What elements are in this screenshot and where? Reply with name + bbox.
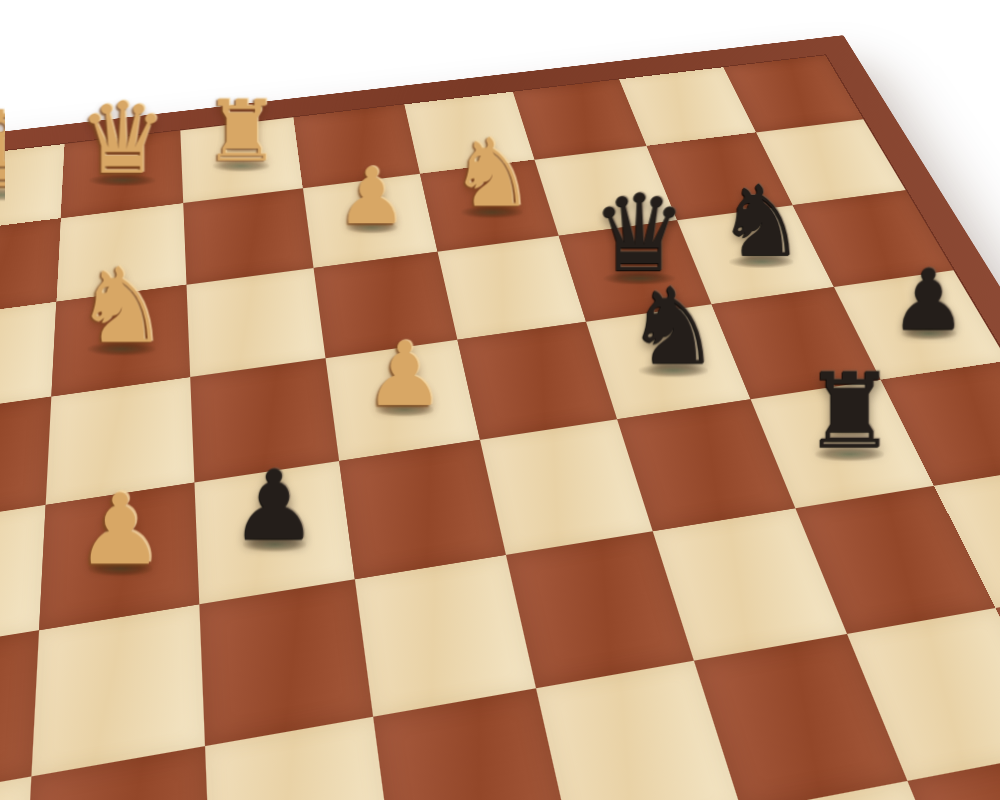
piece-white-queen-b8: ♛ [63, 89, 181, 188]
piece-white-king-a8: ♚ [0, 97, 60, 202]
square-a8: ♚ [0, 144, 65, 234]
square-b4: ♟ [39, 483, 199, 631]
square-b6: ♞ [51, 285, 190, 397]
square-e5 [457, 322, 617, 440]
king-glyph: ♚ [0, 97, 48, 202]
square-g4: ♜ [751, 380, 934, 508]
square-f2 [694, 634, 908, 800]
square-a2 [0, 776, 31, 800]
square-c5 [190, 358, 339, 482]
rook-glyph: ♜ [204, 89, 280, 173]
board-frame: ♚♛♜♟♟♞♞♛♞♟♞♟♟♟♜ [0, 35, 1000, 800]
chess-board: ♚♛♜♟♟♞♞♛♞♟♞♟♟♟♜ [0, 55, 1000, 800]
piece-white-rook-c8: ♜ [183, 89, 300, 173]
pawn-glyph: ♟ [76, 480, 164, 578]
square-h5: ♟ [834, 270, 1000, 379]
square-b3 [31, 604, 205, 776]
square-h3 [934, 464, 1000, 608]
photo-backdrop: ♚♛♜♟♟♞♞♛♞♟♞♟♟♟♜ [0, 0, 1000, 800]
square-a3 [0, 630, 39, 800]
piece-white-pawn-d5: ♟ [335, 330, 474, 419]
queen-glyph: ♛ [78, 89, 167, 188]
piece-black-pawn-c4: ♟ [199, 457, 350, 554]
